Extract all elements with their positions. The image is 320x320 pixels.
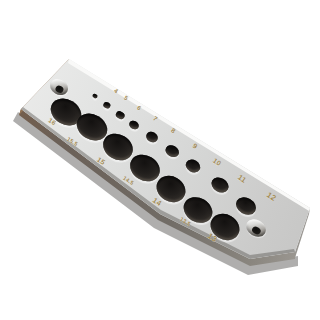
hole-size-label: 4: [113, 88, 119, 95]
hole-size-label: 15: [96, 156, 107, 166]
hole-size-label: 14: [151, 196, 162, 207]
hole-size-label: 10: [212, 157, 223, 167]
hole-size-label: 11: [236, 174, 247, 185]
mounting-hole-bore: [251, 225, 262, 235]
draw-hole: [92, 93, 98, 99]
draw-hole: [184, 157, 203, 175]
hole-size-label: 14.5: [122, 176, 135, 187]
hole-size-label: 7: [152, 115, 159, 123]
draw-hole: [103, 101, 112, 109]
hole-size-label: 9: [191, 142, 198, 150]
hole-size-label: 13: [206, 232, 218, 244]
mounting-hole-bore: [54, 84, 64, 94]
draw-hole: [144, 130, 159, 145]
product-photo: 4567891011121615.51514.51413.513: [0, 0, 320, 320]
draw-hole: [115, 110, 126, 120]
draw-hole: [209, 174, 232, 195]
draw-hole: [163, 143, 180, 159]
mounting-countersunk-hole: [47, 76, 71, 98]
mounting-countersunk-hole: [243, 216, 269, 240]
draw-hole: [233, 194, 259, 218]
hole-size-label: 5: [123, 95, 129, 102]
plate-holes-layer: 4567891011121615.51514.51413.513: [0, 0, 320, 320]
draw-hole: [128, 119, 141, 131]
hole-size-label: 6: [136, 105, 142, 112]
hole-size-label: 16: [47, 117, 57, 127]
hole-size-label: 12: [265, 191, 277, 203]
hole-size-label: 8: [170, 127, 177, 135]
hole-size-label: 15.5: [66, 137, 79, 148]
